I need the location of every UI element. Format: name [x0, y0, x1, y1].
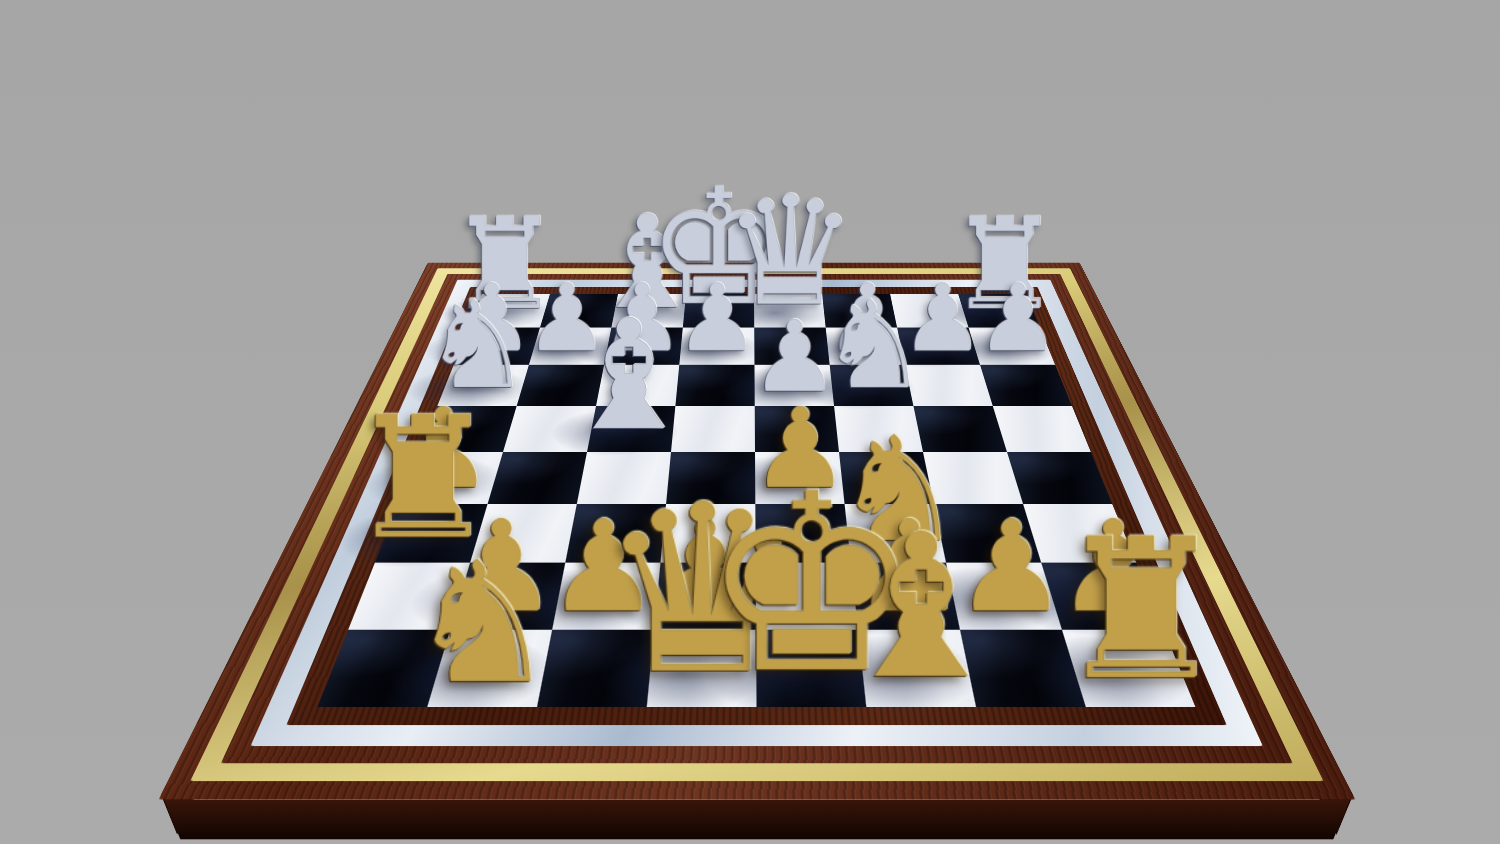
piece-white-rook-h1[interactable]: ♜	[1062, 630, 1196, 707]
square-f7[interactable]	[826, 328, 905, 365]
square-f8[interactable]	[822, 294, 897, 328]
square-h7[interactable]	[969, 328, 1056, 365]
board-box-front-face	[164, 800, 1350, 840]
square-g6[interactable]	[905, 365, 993, 406]
square-e7[interactable]	[754, 328, 829, 365]
piece-black-bishop-c5[interactable]: ♝	[587, 406, 675, 452]
square-g7[interactable]	[897, 328, 980, 365]
square-h8[interactable]	[958, 294, 1040, 328]
chess-board-plane: ♜♝♚♛♜♟♟♟♟♟♟♟♞♟♞♝♟♟♜♞♟♟♟♟♟♟♞♛♚♝♜	[159, 263, 1356, 800]
square-e8[interactable]	[754, 294, 826, 328]
rook-glyph: ♜	[997, 514, 1285, 707]
piece-white-bishop-f1[interactable]: ♝	[858, 630, 976, 707]
piece-white-knight-b1[interactable]: ♞	[427, 630, 552, 707]
chess-3d-scene: ♜♝♚♛♜♟♟♟♟♟♟♟♞♟♞♝♟♟♜♞♟♟♟♟♟♟♞♛♚♝♜	[0, 0, 1500, 844]
square-g8[interactable]	[890, 294, 968, 328]
